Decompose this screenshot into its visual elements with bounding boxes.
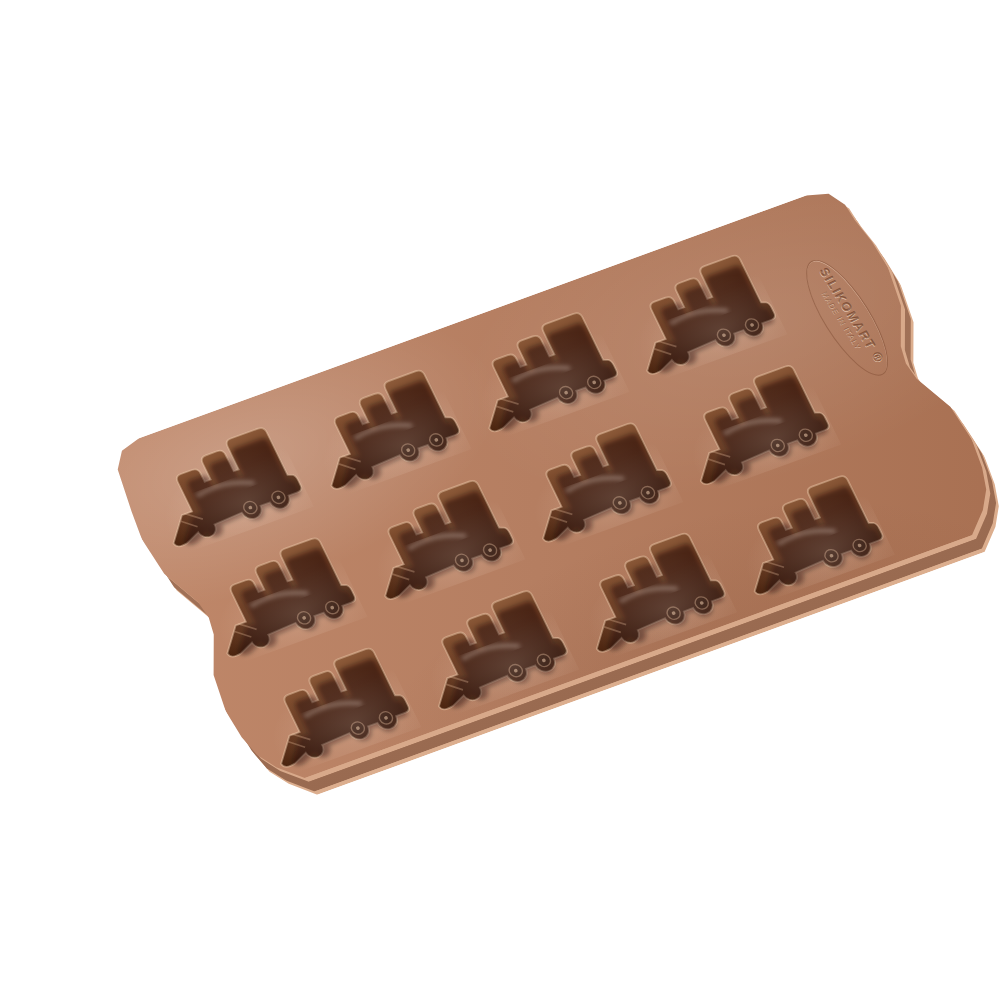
train-cavity-icon — [654, 358, 841, 498]
photo-background: SILIKOMART ® MADE IN ITALY — [0, 0, 1000, 1000]
brand-stamp: SILIKOMART ® MADE IN ITALY — [791, 251, 903, 385]
train-cavity-icon — [443, 305, 630, 445]
chocolate-mold-tray: SILIKOMART ® MADE IN ITALY — [95, 176, 1000, 798]
train-cavity-icon — [181, 530, 368, 670]
mold-cavity-train — [443, 305, 630, 445]
train-cavity-icon — [601, 247, 788, 387]
brand-name-text: SILIKOMART ® — [816, 266, 886, 366]
train-cavity-icon — [339, 473, 526, 613]
cavity-grid — [95, 176, 847, 450]
mold-cavity-train — [285, 362, 472, 502]
mold-cavity-train — [127, 420, 314, 560]
mold-cavity-train — [339, 473, 526, 613]
mold-cavity-train — [181, 530, 368, 670]
mold-cavity-train — [496, 415, 683, 555]
train-cavity-icon — [127, 420, 314, 560]
train-cavity-icon — [285, 362, 472, 502]
mold-cavity-train — [654, 358, 841, 498]
mold-cavity-train — [601, 247, 788, 387]
train-cavity-icon — [496, 415, 683, 555]
